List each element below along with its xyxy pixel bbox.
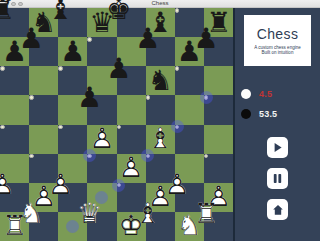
pause-icon bbox=[272, 173, 283, 184]
play-icon bbox=[272, 142, 283, 153]
square-b7[interactable]: ♟︎ bbox=[29, 37, 34, 42]
white-player-row: 4.5 bbox=[241, 89, 320, 99]
chess-board: ♜♞♝♛♚♝♜♟︎♟︎♟︎♟︎♟︎♟︎♟︎♞♟︎♟︎♙♝♗♟︎♙♟︎♙♟︎♙♟︎… bbox=[0, 8, 233, 241]
white-player-icon bbox=[241, 89, 251, 99]
white-piece-outline-glyph: ♙ bbox=[176, 184, 179, 187]
square-c8[interactable]: ♝ bbox=[58, 8, 63, 13]
square-a8[interactable]: ♜ bbox=[0, 8, 5, 13]
move-hint-e2 bbox=[112, 179, 125, 192]
piece-white-pawn-c2[interactable]: ♟︎♙ bbox=[59, 184, 62, 187]
square-f6[interactable]: ♞ bbox=[146, 66, 175, 95]
square-g2[interactable]: ♟︎♙ bbox=[175, 183, 180, 188]
square-e5[interactable] bbox=[117, 95, 146, 124]
square-a4[interactable] bbox=[0, 125, 5, 130]
piece-black-pawn-h7[interactable]: ♟︎ bbox=[205, 38, 208, 41]
square-b4[interactable] bbox=[29, 125, 58, 154]
square-d5[interactable]: ♟︎ bbox=[87, 95, 92, 100]
piece-white-knight-b1[interactable]: ♞♘ bbox=[30, 213, 33, 216]
black-piece-glyph: ♝ bbox=[59, 9, 62, 12]
player-scores: 4.5 53.5 bbox=[235, 89, 320, 119]
move-hint-f3 bbox=[141, 149, 154, 162]
black-piece-glyph: ♟︎ bbox=[58, 37, 87, 66]
black-piece-glyph: ♚ bbox=[118, 9, 121, 12]
piece-black-rook-a8[interactable]: ♜ bbox=[1, 9, 4, 12]
sidebar: Chess A custom chess engine Built on int… bbox=[233, 8, 320, 241]
square-e8[interactable]: ♚ bbox=[117, 8, 122, 13]
square-d1[interactable]: ♛♕ bbox=[87, 212, 92, 217]
square-e2[interactable] bbox=[117, 183, 122, 188]
black-piece-glyph: ♜ bbox=[1, 9, 4, 12]
piece-white-queen-d1[interactable]: ♛♕ bbox=[88, 213, 91, 216]
square-f7[interactable]: ♟︎ bbox=[146, 37, 151, 42]
pause-button[interactable] bbox=[267, 168, 288, 189]
square-f1[interactable]: ♝♗ bbox=[146, 212, 151, 217]
piece-black-king-e8[interactable]: ♚ bbox=[118, 9, 121, 12]
main-content: ♜♞♝♛♚♝♜♟︎♟︎♟︎♟︎♟︎♟︎♟︎♞♟︎♟︎♙♝♗♟︎♙♟︎♙♟︎♙♟︎… bbox=[0, 8, 320, 241]
piece-black-pawn-b7[interactable]: ♟︎ bbox=[30, 38, 33, 41]
piece-black-bishop-c8[interactable]: ♝ bbox=[59, 9, 62, 12]
square-h4[interactable] bbox=[204, 125, 233, 154]
square-b3[interactable] bbox=[29, 154, 34, 159]
white-piece-outline-glyph: ♘ bbox=[30, 213, 33, 216]
black-player-row: 53.5 bbox=[241, 109, 320, 119]
zoom-window-icon[interactable] bbox=[18, 2, 23, 7]
square-d7[interactable] bbox=[87, 37, 92, 42]
white-piece-outline-glyph: ♗ bbox=[147, 213, 150, 216]
square-g6[interactable] bbox=[175, 66, 180, 71]
game-controls bbox=[267, 137, 288, 220]
app-title: Chess bbox=[257, 26, 299, 42]
black-piece-glyph: ♟︎ bbox=[88, 96, 91, 99]
home-icon bbox=[272, 204, 284, 216]
piece-black-knight-f6[interactable]: ♞ bbox=[146, 66, 175, 95]
square-b1[interactable]: ♞♘ bbox=[29, 212, 34, 217]
square-c2[interactable]: ♟︎♙ bbox=[58, 183, 63, 188]
square-c6[interactable] bbox=[58, 66, 63, 71]
piece-black-pawn-f7[interactable]: ♟︎ bbox=[147, 38, 150, 41]
black-player-icon bbox=[241, 109, 251, 119]
black-piece-glyph: ♟︎ bbox=[30, 38, 33, 41]
play-button[interactable] bbox=[267, 137, 288, 158]
black-piece-glyph: ♟︎ bbox=[118, 67, 121, 70]
square-b5[interactable] bbox=[29, 95, 34, 100]
app-subtitle-line2: Built on intuition bbox=[262, 50, 294, 56]
square-h1[interactable]: ♜♖ bbox=[204, 212, 209, 217]
square-g4[interactable] bbox=[175, 125, 180, 130]
square-c7[interactable]: ♟︎ bbox=[58, 37, 87, 66]
white-piece-outline-glyph: ♖ bbox=[205, 213, 208, 216]
move-hint-d3 bbox=[83, 149, 96, 162]
square-h3[interactable] bbox=[204, 154, 209, 159]
square-a5[interactable] bbox=[0, 95, 29, 124]
square-a2[interactable]: ♟︎♙ bbox=[0, 183, 5, 188]
title-card: Chess A custom chess engine Built on int… bbox=[244, 15, 311, 66]
square-f3[interactable] bbox=[146, 154, 151, 159]
square-e6[interactable]: ♟︎ bbox=[117, 66, 122, 71]
move-hint-g4 bbox=[171, 120, 184, 133]
black-player-score: 53.5 bbox=[259, 109, 277, 119]
square-h5[interactable] bbox=[204, 95, 209, 100]
piece-black-pawn-c7[interactable]: ♟︎ bbox=[58, 37, 87, 66]
square-f5[interactable] bbox=[146, 95, 151, 100]
move-hint-h5 bbox=[200, 91, 213, 104]
piece-white-pawn-a2[interactable]: ♟︎♙ bbox=[1, 184, 4, 187]
white-player-score: 4.5 bbox=[259, 89, 272, 99]
piece-white-bishop-f1[interactable]: ♝♗ bbox=[147, 213, 150, 216]
white-piece-outline-glyph: ♕ bbox=[88, 213, 91, 216]
chess-app-window: Chess ♜♞♝♛♚♝♜♟︎♟︎♟︎♟︎♟︎♟︎♟︎♞♟︎♟︎♙♝♗♟︎♙♟︎… bbox=[0, 0, 320, 241]
home-button[interactable] bbox=[267, 199, 288, 220]
square-e4[interactable] bbox=[117, 125, 122, 130]
square-a6[interactable] bbox=[0, 66, 5, 71]
square-g8[interactable] bbox=[175, 8, 180, 13]
square-c4[interactable] bbox=[58, 125, 63, 130]
square-h7[interactable]: ♟︎ bbox=[204, 37, 209, 42]
piece-black-pawn-d5[interactable]: ♟︎ bbox=[88, 96, 91, 99]
piece-black-pawn-e6[interactable]: ♟︎ bbox=[118, 67, 121, 70]
square-b6[interactable] bbox=[29, 66, 58, 95]
white-piece-outline-glyph: ♙ bbox=[59, 184, 62, 187]
black-piece-glyph: ♟︎ bbox=[147, 38, 150, 41]
black-piece-glyph: ♞ bbox=[146, 66, 175, 95]
piece-white-pawn-g2[interactable]: ♟︎♙ bbox=[176, 184, 179, 187]
piece-white-rook-h1[interactable]: ♜♖ bbox=[205, 213, 208, 216]
white-piece-outline-glyph: ♙ bbox=[1, 184, 4, 187]
black-piece-glyph: ♟︎ bbox=[205, 38, 208, 41]
square-d3[interactable] bbox=[87, 154, 92, 159]
